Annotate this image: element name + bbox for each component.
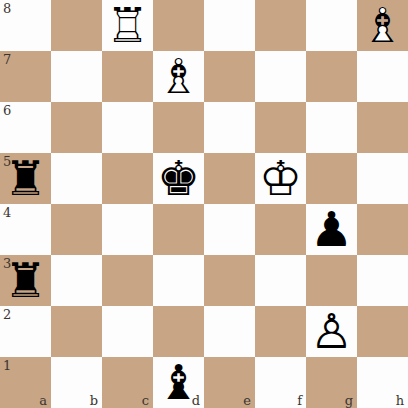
- square-b4[interactable]: [51, 204, 102, 255]
- square-d3[interactable]: [153, 255, 204, 306]
- square-b6[interactable]: [51, 102, 102, 153]
- square-b1[interactable]: b: [51, 357, 102, 408]
- file-label: f: [297, 394, 302, 407]
- square-c1[interactable]: c: [102, 357, 153, 408]
- square-f3[interactable]: [255, 255, 306, 306]
- square-c6[interactable]: [102, 102, 153, 153]
- square-d7[interactable]: ♝♗: [153, 51, 204, 102]
- square-d5[interactable]: ♚: [153, 153, 204, 204]
- white-pawn[interactable]: ♟♙: [306, 306, 357, 357]
- black-bishop[interactable]: ♝: [153, 357, 204, 408]
- file-label: e: [243, 394, 251, 407]
- piece-glyph: ♜: [0, 153, 51, 204]
- square-a8[interactable]: 8: [0, 0, 51, 51]
- square-e5[interactable]: [204, 153, 255, 204]
- piece-glyph: ♗: [357, 0, 408, 51]
- square-b8[interactable]: [51, 0, 102, 51]
- square-c4[interactable]: [102, 204, 153, 255]
- square-a3[interactable]: 3♜: [0, 255, 51, 306]
- square-a2[interactable]: 2: [0, 306, 51, 357]
- file-label: g: [345, 394, 353, 407]
- square-e6[interactable]: [204, 102, 255, 153]
- chess-board: 8♜♖♝♗7♝♗65♜♚♚♔4♟3♜2♟♙1abcd♝efgh: [0, 0, 408, 408]
- square-g3[interactable]: [306, 255, 357, 306]
- piece-glyph: ♟: [306, 204, 357, 255]
- square-c2[interactable]: [102, 306, 153, 357]
- square-e8[interactable]: [204, 0, 255, 51]
- square-d6[interactable]: [153, 102, 204, 153]
- square-e4[interactable]: [204, 204, 255, 255]
- file-label: h: [396, 394, 404, 407]
- white-king[interactable]: ♚♔: [255, 153, 306, 204]
- square-h3[interactable]: [357, 255, 408, 306]
- square-a1[interactable]: 1a: [0, 357, 51, 408]
- square-c8[interactable]: ♜♖: [102, 0, 153, 51]
- square-h2[interactable]: [357, 306, 408, 357]
- square-f2[interactable]: [255, 306, 306, 357]
- square-g1[interactable]: g: [306, 357, 357, 408]
- square-d2[interactable]: [153, 306, 204, 357]
- square-d1[interactable]: d♝: [153, 357, 204, 408]
- square-g8[interactable]: [306, 0, 357, 51]
- square-h6[interactable]: [357, 102, 408, 153]
- white-bishop[interactable]: ♝♗: [357, 0, 408, 51]
- piece-glyph: ♚: [153, 153, 204, 204]
- square-b5[interactable]: [51, 153, 102, 204]
- square-a5[interactable]: 5♜: [0, 153, 51, 204]
- piece-glyph: ♙: [306, 306, 357, 357]
- square-d4[interactable]: [153, 204, 204, 255]
- black-rook[interactable]: ♜: [0, 255, 51, 306]
- rank-label: 6: [3, 104, 11, 117]
- rank-label: 8: [3, 2, 11, 15]
- black-rook[interactable]: ♜: [0, 153, 51, 204]
- square-g4[interactable]: ♟: [306, 204, 357, 255]
- square-b7[interactable]: [51, 51, 102, 102]
- square-e3[interactable]: [204, 255, 255, 306]
- square-h8[interactable]: ♝♗: [357, 0, 408, 51]
- square-c5[interactable]: [102, 153, 153, 204]
- rank-label: 7: [3, 53, 11, 66]
- square-e7[interactable]: [204, 51, 255, 102]
- square-h1[interactable]: h: [357, 357, 408, 408]
- piece-glyph: ♔: [255, 153, 306, 204]
- square-b3[interactable]: [51, 255, 102, 306]
- white-bishop[interactable]: ♝♗: [153, 51, 204, 102]
- piece-glyph: ♖: [102, 0, 153, 51]
- square-c3[interactable]: [102, 255, 153, 306]
- piece-glyph: ♗: [153, 51, 204, 102]
- square-f7[interactable]: [255, 51, 306, 102]
- square-e1[interactable]: e: [204, 357, 255, 408]
- piece-glyph: ♜: [0, 255, 51, 306]
- square-c7[interactable]: [102, 51, 153, 102]
- square-g7[interactable]: [306, 51, 357, 102]
- square-f5[interactable]: ♚♔: [255, 153, 306, 204]
- square-h5[interactable]: [357, 153, 408, 204]
- piece-glyph: ♝: [153, 357, 204, 408]
- square-d8[interactable]: [153, 0, 204, 51]
- square-a7[interactable]: 7: [0, 51, 51, 102]
- white-rook[interactable]: ♜♖: [102, 0, 153, 51]
- square-f4[interactable]: [255, 204, 306, 255]
- square-f6[interactable]: [255, 102, 306, 153]
- square-g2[interactable]: ♟♙: [306, 306, 357, 357]
- rank-label: 2: [3, 308, 11, 321]
- square-b2[interactable]: [51, 306, 102, 357]
- black-pawn[interactable]: ♟: [306, 204, 357, 255]
- black-king[interactable]: ♚: [153, 153, 204, 204]
- square-f1[interactable]: f: [255, 357, 306, 408]
- square-h4[interactable]: [357, 204, 408, 255]
- square-f8[interactable]: [255, 0, 306, 51]
- square-g5[interactable]: [306, 153, 357, 204]
- file-label: a: [39, 394, 47, 407]
- square-a4[interactable]: 4: [0, 204, 51, 255]
- file-label: b: [90, 394, 98, 407]
- square-a6[interactable]: 6: [0, 102, 51, 153]
- square-h7[interactable]: [357, 51, 408, 102]
- square-e2[interactable]: [204, 306, 255, 357]
- rank-label: 1: [3, 359, 11, 372]
- square-g6[interactable]: [306, 102, 357, 153]
- rank-label: 4: [3, 206, 11, 219]
- file-label: c: [142, 394, 149, 407]
